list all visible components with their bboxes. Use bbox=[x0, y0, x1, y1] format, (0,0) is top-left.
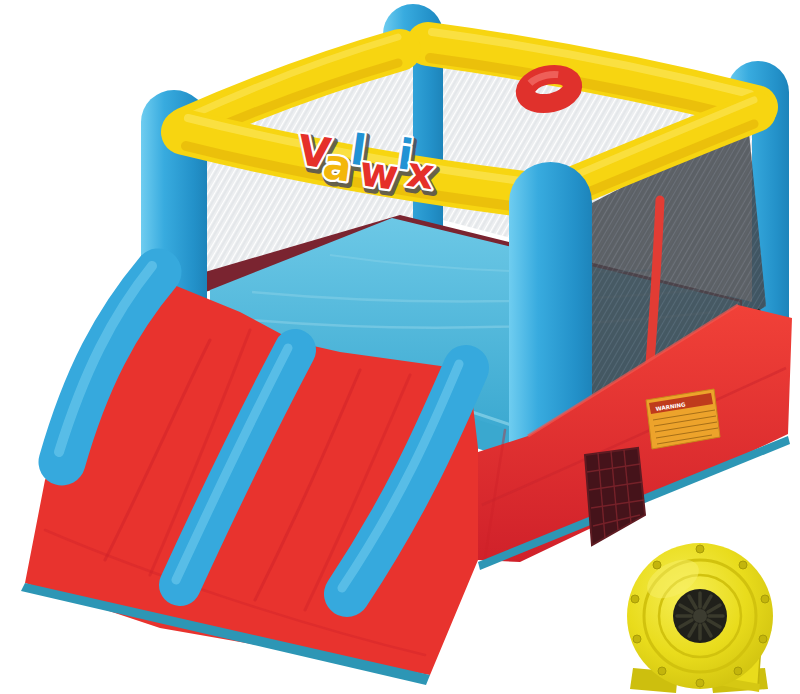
air-blower bbox=[627, 543, 773, 693]
impeller-hub bbox=[693, 609, 707, 623]
blower-grille bbox=[673, 589, 727, 643]
bounce-house-scene: Valwix Valwix WARNING bbox=[0, 0, 800, 694]
product-photo: Valwix Valwix WARNING bbox=[0, 0, 800, 694]
